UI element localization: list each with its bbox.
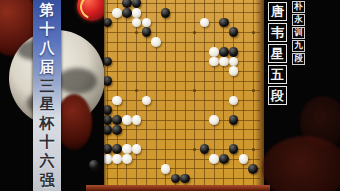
stone-bowl [262, 136, 340, 191]
banner-char: 三 [40, 79, 55, 94]
stone-white [229, 96, 239, 106]
stone-white [239, 154, 249, 164]
stone-white [122, 115, 132, 125]
stone-white [151, 37, 161, 47]
stone-white [161, 164, 171, 174]
stone-black [112, 125, 122, 135]
stone-black [122, 8, 132, 18]
stone-white [132, 8, 142, 18]
stone-bowl [56, 94, 92, 150]
stone-white [112, 96, 122, 106]
stone-black [219, 18, 229, 28]
name-char: 韦 [268, 23, 287, 42]
grid-line [106, 139, 260, 140]
stone-black [161, 8, 171, 18]
stone-white [209, 57, 219, 67]
stone-black [229, 115, 239, 125]
stone-black [132, 0, 142, 8]
grid-line [106, 90, 260, 91]
banner-char: 强 [40, 173, 55, 188]
board-edge-shadow [104, 0, 107, 186]
banner-char: 六 [40, 154, 55, 169]
stone-black [180, 174, 190, 184]
stone-white [132, 115, 142, 125]
table-edge [86, 185, 270, 191]
stone-white [209, 47, 219, 57]
banner-char: 十 [40, 22, 55, 37]
stone-white [219, 57, 229, 67]
stone-white [209, 115, 219, 125]
grid-line [106, 168, 260, 169]
name-char: 永 [292, 14, 305, 26]
banner-char: 杯 [40, 116, 55, 131]
name-char: 朴 [292, 1, 305, 13]
banner-char: 星 [40, 97, 55, 112]
name-char: 九 [292, 40, 305, 52]
banner-char: 十 [40, 135, 55, 150]
stone-black [171, 174, 181, 184]
hoshi-point [193, 89, 196, 92]
broadcast-frame: 第十八届三星杯十六强 唐韦星五段 朴永训九段 [0, 0, 340, 191]
stone-black [229, 27, 239, 37]
board-edge-shadow [255, 0, 264, 186]
player-name-park-yeonghun: 朴永训九段 [292, 1, 305, 66]
stone-white [112, 8, 122, 18]
stone-black [229, 144, 239, 154]
hoshi-point [135, 31, 138, 34]
stone-black [200, 144, 210, 154]
go-board [104, 0, 264, 186]
grid-line [106, 129, 260, 130]
tournament-banner: 第十八届三星杯十六强 [33, 0, 61, 191]
stone-black [142, 27, 152, 37]
stone-white [229, 57, 239, 67]
name-char: 五 [268, 65, 287, 84]
name-char: 训 [292, 27, 305, 39]
stone-black [112, 115, 122, 125]
stone-black [229, 47, 239, 57]
hoshi-point [135, 89, 138, 92]
grid-line [106, 22, 260, 23]
stone-white [112, 154, 122, 164]
stone-white [122, 154, 132, 164]
name-char: 唐 [268, 2, 287, 21]
banner-char: 届 [40, 60, 55, 75]
stone-black [122, 0, 132, 8]
channel-logo-icon [77, 0, 107, 21]
banner-char: 第 [40, 3, 55, 18]
hoshi-point [193, 31, 196, 34]
stone-white [142, 96, 152, 106]
hoshi-point [193, 148, 196, 151]
name-char: 段 [268, 86, 287, 105]
grid-line [106, 81, 260, 82]
stone-white [200, 18, 210, 28]
stone-white [132, 18, 142, 28]
player-name-tang-weixing: 唐韦星五段 [268, 2, 287, 107]
stone-black [112, 144, 122, 154]
stone-white [142, 18, 152, 28]
stone-black [219, 154, 229, 164]
stone-white [209, 154, 219, 164]
stone-white [229, 66, 239, 76]
loose-black-stone [89, 160, 99, 170]
name-char: 段 [292, 53, 305, 65]
grid-line [106, 110, 260, 111]
name-char: 星 [268, 44, 287, 63]
stone-black [219, 47, 229, 57]
banner-char: 八 [40, 41, 55, 56]
stone-white [132, 144, 142, 154]
stone-white [122, 144, 132, 154]
grid-line [106, 42, 260, 43]
